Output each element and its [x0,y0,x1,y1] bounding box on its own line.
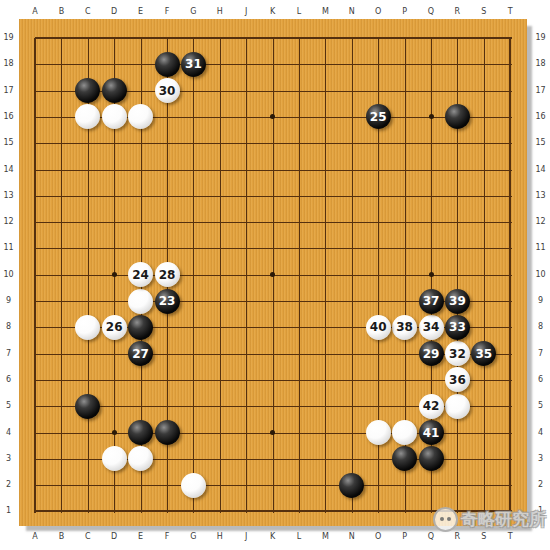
coordinate-label: R [449,6,465,18]
star-point [270,430,275,435]
coordinate-label: 6 [1,374,16,386]
coordinate-label: R [449,531,465,543]
grid-line-horizontal [35,37,512,39]
grid-line-horizontal [35,510,512,512]
move-number: 28 [159,269,176,281]
stone-black-e7[interactable]: 27 [128,341,153,366]
coordinate-label: 7 [1,348,16,360]
stone-black-o16[interactable]: 25 [366,104,391,129]
stone-white-e10[interactable]: 24 [128,262,153,287]
stone-black-e8[interactable] [128,315,153,340]
coordinate-label: N [344,6,360,18]
coordinate-label: 19 [533,32,548,44]
coordinate-label: 9 [1,295,16,307]
coordinate-label: K [265,6,281,18]
grid-line-vertical [220,38,221,513]
coordinate-label: T [502,6,518,18]
stone-white-g2[interactable] [181,473,206,498]
grid-line-horizontal [35,248,512,249]
coordinate-label: A [27,531,43,543]
stone-black-c5[interactable] [75,394,100,419]
grid-line-horizontal [35,64,512,65]
stone-white-r7[interactable]: 32 [445,341,470,366]
coordinate-label: 14 [1,164,16,176]
move-number: 41 [423,427,440,439]
grid-line-vertical [61,38,62,513]
grid-line-horizontal [35,196,512,197]
stone-black-g18[interactable]: 31 [181,52,206,77]
grid-line-vertical [325,38,326,513]
coordinate-label: C [80,531,96,543]
coordinate-label: 18 [1,58,16,70]
grid-line-vertical [484,38,485,513]
move-number: 27 [132,348,149,360]
coordinate-label: 13 [1,190,16,202]
coordinate-label: B [53,531,69,543]
coordinate-label: 4 [533,427,548,439]
grid-line-vertical [352,38,353,513]
move-number: 24 [132,269,149,281]
coordinate-label: P [397,6,413,18]
stone-black-q7[interactable]: 29 [419,341,444,366]
coordinate-label: 13 [533,190,548,202]
stone-white-p8[interactable]: 38 [392,315,417,340]
stone-black-r9[interactable]: 39 [445,289,470,314]
grid-line-horizontal [35,380,512,381]
stone-white-d16[interactable] [102,104,127,129]
stone-black-p3[interactable] [392,446,417,471]
coordinate-label: 15 [1,137,16,149]
stone-white-o4[interactable] [366,420,391,445]
coordinate-label: P [397,531,413,543]
coordinate-label: 2 [1,479,16,491]
grid-line-vertical [34,38,36,513]
move-number: 42 [423,400,440,412]
move-number: 40 [370,321,387,333]
coordinate-label: E [133,531,149,543]
star-point [429,114,434,119]
coordinate-label: O [370,6,386,18]
go-diagram-screen: 2324252627282930313233343536373839404142… [0,0,550,550]
move-number: 36 [449,374,466,386]
coordinate-label: G [185,531,201,543]
stone-white-r5[interactable] [445,394,470,419]
star-point [270,114,275,119]
grid-line-vertical [509,38,511,513]
coordinate-label: 8 [533,321,548,333]
coordinate-label: 3 [1,453,16,465]
coordinate-label: 15 [533,137,548,149]
coordinate-label: 7 [533,348,548,360]
coordinate-label: 2 [533,479,548,491]
coordinate-label: 9 [533,295,548,307]
coordinate-label: G [185,6,201,18]
move-number: 31 [185,58,202,70]
stone-white-f10[interactable]: 28 [155,262,180,287]
coordinate-label: S [476,6,492,18]
coordinate-label: 11 [533,242,548,254]
stone-black-f18[interactable] [155,52,180,77]
coordinate-label: 12 [1,216,16,228]
stone-black-q9[interactable]: 37 [419,289,444,314]
stone-black-q4[interactable]: 41 [419,420,444,445]
star-point [112,272,117,277]
coordinate-label: D [106,531,122,543]
stone-black-r8[interactable]: 33 [445,315,470,340]
coordinate-label: S [476,531,492,543]
stone-black-q3[interactable] [419,446,444,471]
move-number: 29 [423,348,440,360]
grid-line-vertical [299,38,300,513]
coordinate-label: 19 [1,32,16,44]
coordinate-label: B [53,6,69,18]
coordinate-label: H [212,6,228,18]
coordinate-label: A [27,6,43,18]
go-board[interactable]: 2324252627282930313233343536373839404142 [19,19,527,526]
coordinate-label: 5 [533,400,548,412]
coordinate-label: 18 [533,58,548,70]
move-number: 34 [423,321,440,333]
stone-white-e16[interactable] [128,104,153,129]
coordinate-label: 8 [1,321,16,333]
grid-line-vertical [193,38,194,513]
move-number: 33 [449,321,466,333]
stone-white-e9[interactable] [128,289,153,314]
stone-white-d8[interactable]: 26 [102,315,127,340]
coordinate-label: J [238,531,254,543]
move-number: 38 [396,321,413,333]
coordinate-label: 10 [533,269,548,281]
coordinate-label: 17 [1,85,16,97]
stone-black-r16[interactable] [445,104,470,129]
coordinate-label: N [344,531,360,543]
stone-white-e3[interactable] [128,446,153,471]
coordinate-label: 3 [533,453,548,465]
coordinate-label: 5 [1,400,16,412]
grid-line-horizontal [35,485,512,486]
stone-white-c8[interactable] [75,315,100,340]
stone-white-p4[interactable] [392,420,417,445]
stone-white-d3[interactable] [102,446,127,471]
coordinate-label: 4 [1,427,16,439]
star-point [270,272,275,277]
stone-white-c16[interactable] [75,104,100,129]
coordinate-label: F [159,6,175,18]
move-number: 26 [106,321,123,333]
stone-white-o8[interactable]: 40 [366,315,391,340]
coordinate-label: H [212,531,228,543]
coordinate-label: L [291,531,307,543]
grid-line-horizontal [35,222,512,223]
stone-black-f9[interactable]: 23 [155,289,180,314]
coordinate-label: 1 [1,505,16,517]
stone-black-n2[interactable] [339,473,364,498]
grid-line-vertical [246,38,247,513]
coordinate-label: Q [423,531,439,543]
coordinate-label: 17 [533,85,548,97]
coordinate-label: C [80,6,96,18]
stone-white-q8[interactable]: 34 [419,315,444,340]
move-number: 39 [449,295,466,307]
coordinate-label: 16 [533,111,548,123]
coordinate-label: F [159,531,175,543]
stone-white-f17[interactable]: 30 [155,78,180,103]
move-number: 35 [475,348,492,360]
coordinate-label: 10 [1,269,16,281]
coordinate-label: Q [423,6,439,18]
coordinate-label: J [238,6,254,18]
coordinate-label: M [317,531,333,543]
star-point [429,272,434,277]
coordinate-label: 14 [533,164,548,176]
stone-black-d17[interactable] [102,78,127,103]
coordinate-label: K [265,531,281,543]
coordinate-label: E [133,6,149,18]
coordinate-label: M [317,6,333,18]
coordinate-label: D [106,6,122,18]
stone-white-q5[interactable]: 42 [419,394,444,419]
move-number: 23 [159,295,176,307]
coordinate-label: L [291,6,307,18]
move-number: 37 [423,295,440,307]
move-number: 25 [370,111,387,123]
star-point [112,430,117,435]
coordinate-label: 12 [533,216,548,228]
grid-line-horizontal [35,170,512,171]
stone-black-c17[interactable] [75,78,100,103]
coordinate-label: 11 [1,242,16,254]
coordinate-label: 16 [1,111,16,123]
move-number: 32 [449,348,466,360]
stone-black-e4[interactable] [128,420,153,445]
stone-black-f4[interactable] [155,420,180,445]
coordinate-label: T [502,531,518,543]
stone-black-s7[interactable]: 35 [471,341,496,366]
grid-line-horizontal [35,143,512,144]
coordinate-label: 1 [533,505,548,517]
coordinate-label: O [370,531,386,543]
move-number: 30 [159,85,176,97]
stone-white-r6[interactable]: 36 [445,367,470,392]
coordinate-label: 6 [533,374,548,386]
